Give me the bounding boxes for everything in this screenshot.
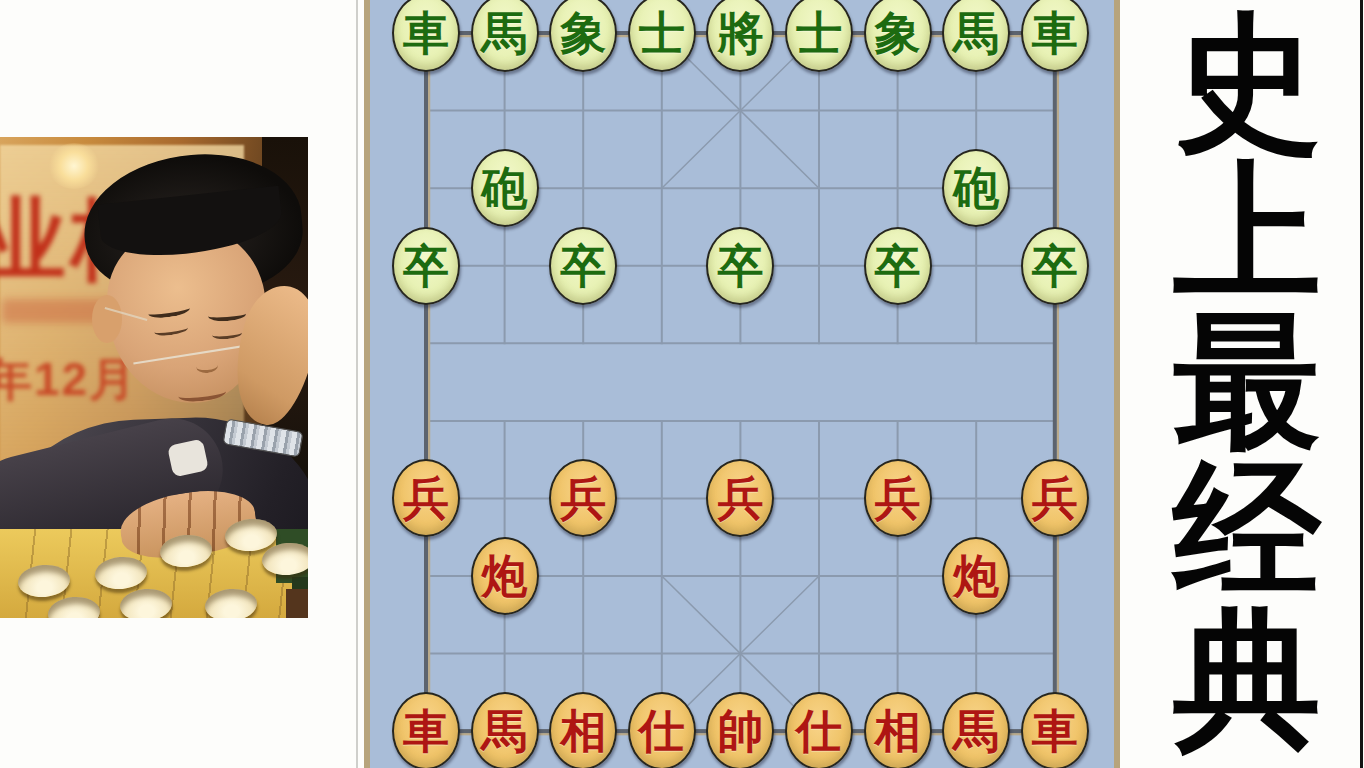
title-char: 经 — [1168, 455, 1326, 604]
xiangqi-piece-red-advisor[interactable]: 仕 — [785, 692, 853, 768]
xiangqi-piece-red-soldier[interactable]: 兵 — [1021, 459, 1089, 537]
board-frame-right — [1114, 0, 1120, 768]
xiangqi-piece-red-horse[interactable]: 馬 — [471, 692, 539, 768]
xiangqi-piece-red-chariot[interactable]: 車 — [1021, 692, 1089, 768]
title-char: 典 — [1168, 604, 1326, 753]
xiangqi-piece-black-elephant[interactable]: 象 — [864, 0, 932, 72]
board-surface[interactable]: 車馬象士將士象馬車砲砲卒卒卒卒卒兵兵兵兵兵炮炮車馬相仕帥仕相馬車 — [370, 0, 1114, 768]
xiangqi-piece-black-cannon[interactable]: 砲 — [471, 149, 539, 227]
xiangqi-piece-red-cannon[interactable]: 炮 — [471, 537, 539, 615]
xiangqi-piece-black-soldier[interactable]: 卒 — [864, 227, 932, 305]
xiangqi-piece-black-cannon[interactable]: 砲 — [942, 149, 1010, 227]
xiangqi-piece-black-horse[interactable]: 馬 — [471, 0, 539, 72]
xiangqi-piece-red-elephant[interactable]: 相 — [864, 692, 932, 768]
xiangqi-piece-red-chariot[interactable]: 車 — [392, 692, 460, 768]
xiangqi-piece-black-soldier[interactable]: 卒 — [392, 227, 460, 305]
screen-edge-line — [1360, 0, 1363, 768]
xiangqi-piece-red-soldier[interactable]: 兵 — [864, 459, 932, 537]
player-ear — [92, 295, 122, 343]
xiangqi-piece-black-soldier[interactable]: 卒 — [549, 227, 617, 305]
xiangqi-piece-black-soldier[interactable]: 卒 — [1021, 227, 1089, 305]
xiangqi-piece-red-soldier[interactable]: 兵 — [392, 459, 460, 537]
board-edge-hairline — [356, 0, 358, 768]
xiangqi-piece-black-soldier[interactable]: 卒 — [706, 227, 774, 305]
title-char: 史 — [1168, 8, 1326, 157]
player-photo: 业杯 年12月 — [0, 137, 308, 618]
xiangqi-piece-red-horse[interactable]: 馬 — [942, 692, 1010, 768]
xiangqi-piece-red-elephant[interactable]: 相 — [549, 692, 617, 768]
xiangqi-piece-red-advisor[interactable]: 仕 — [628, 692, 696, 768]
title-char: 上 — [1168, 157, 1326, 306]
xiangqi-piece-red-cannon[interactable]: 炮 — [942, 537, 1010, 615]
title-char: 最 — [1168, 306, 1326, 455]
photo-background-dark — [286, 589, 308, 618]
vertical-title: 史 上 最 经 典 — [1168, 8, 1326, 753]
board-grid — [370, 0, 1114, 768]
xiangqi-piece-red-general[interactable]: 帥 — [706, 692, 774, 768]
